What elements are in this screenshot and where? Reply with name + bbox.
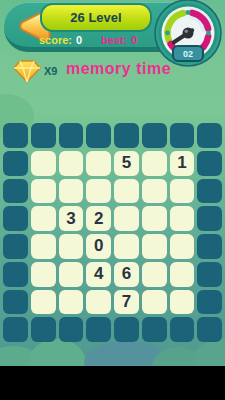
board-cell[interactable] — [170, 206, 195, 231]
board-cell[interactable] — [142, 179, 167, 204]
board-cell[interactable] — [59, 262, 84, 287]
frame-cell — [3, 123, 28, 148]
board-cell[interactable] — [142, 290, 167, 315]
frame-cell — [197, 234, 222, 259]
board-cell[interactable] — [142, 262, 167, 287]
frame-cell — [31, 317, 56, 342]
score-label: score: — [39, 34, 72, 46]
frame-cell — [3, 317, 28, 342]
frame-cell — [86, 123, 111, 148]
board-cell[interactable] — [31, 206, 56, 231]
frame-cell — [197, 151, 222, 176]
frame-cell — [3, 262, 28, 287]
board-cell[interactable] — [59, 151, 84, 176]
board-cell[interactable]: 4 — [86, 262, 111, 287]
board-cell[interactable] — [142, 206, 167, 231]
board-cell[interactable] — [114, 234, 139, 259]
best-value: 0 — [131, 34, 137, 46]
board-cell[interactable] — [86, 290, 111, 315]
board-cell[interactable]: 7 — [114, 290, 139, 315]
board-cell[interactable] — [114, 206, 139, 231]
board-grid: 51320467 — [3, 123, 222, 342]
board-cell[interactable] — [31, 234, 56, 259]
board-cell[interactable]: 2 — [86, 206, 111, 231]
frame-cell — [197, 179, 222, 204]
board-cell[interactable] — [31, 262, 56, 287]
board-cell[interactable] — [142, 151, 167, 176]
bottom-black-bar — [0, 366, 225, 400]
frame-cell — [114, 317, 139, 342]
frame-cell — [3, 151, 28, 176]
board-cell[interactable] — [170, 262, 195, 287]
board-cell[interactable]: 5 — [114, 151, 139, 176]
frame-cell — [170, 123, 195, 148]
timer-value: 02 — [183, 49, 193, 59]
frame-cell — [197, 317, 222, 342]
frame-cell — [142, 123, 167, 148]
frame-cell — [197, 123, 222, 148]
board-cell[interactable] — [170, 179, 195, 204]
board-cell[interactable] — [114, 179, 139, 204]
game-screen: 26 Level score: 0 best: 0 — [0, 0, 225, 366]
frame-cell — [197, 262, 222, 287]
app-window: 26 Level score: 0 best: 0 — [0, 0, 225, 400]
board-cell[interactable] — [142, 234, 167, 259]
frame-cell — [197, 206, 222, 231]
frame-cell — [3, 290, 28, 315]
board-cell[interactable] — [86, 179, 111, 204]
frame-cell — [142, 317, 167, 342]
board-cell[interactable] — [170, 290, 195, 315]
board-cell[interactable] — [31, 290, 56, 315]
frame-cell — [3, 234, 28, 259]
frame-cell — [170, 317, 195, 342]
board-cell[interactable] — [31, 151, 56, 176]
score-line: score: 0 best: 0 — [0, 34, 160, 50]
frame-cell — [3, 206, 28, 231]
board-cell[interactable] — [59, 290, 84, 315]
frame-cell — [59, 123, 84, 148]
board-cell[interactable]: 0 — [86, 234, 111, 259]
cloud-bottom-right-2 — [193, 339, 225, 366]
level-label: 26 Level — [70, 10, 121, 25]
board-cell[interactable] — [59, 234, 84, 259]
board-cell[interactable]: 3 — [59, 206, 84, 231]
level-badge: 26 Level — [40, 3, 152, 32]
board-cell[interactable]: 1 — [170, 151, 195, 176]
board-cell[interactable]: 6 — [114, 262, 139, 287]
best-label: best: — [101, 34, 127, 46]
score-value: 0 — [76, 34, 82, 46]
frame-cell — [86, 317, 111, 342]
frame-cell — [31, 123, 56, 148]
frame-cell — [59, 317, 84, 342]
board-cell[interactable] — [170, 234, 195, 259]
page-title: memory time — [0, 60, 225, 78]
board-cell[interactable] — [59, 179, 84, 204]
cloud-bottom-left-2 — [28, 339, 86, 366]
timer-badge: 02 — [173, 46, 203, 61]
timer-clock: 02 — [154, 0, 222, 67]
board-cell[interactable] — [86, 151, 111, 176]
frame-cell — [114, 123, 139, 148]
frame-cell — [197, 290, 222, 315]
board-cell[interactable] — [31, 179, 56, 204]
frame-cell — [3, 179, 28, 204]
